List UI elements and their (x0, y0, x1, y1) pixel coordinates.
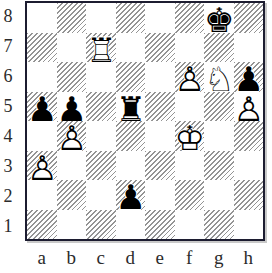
square-f8[interactable] (175, 3, 205, 33)
square-f6[interactable]: ♟♙ (175, 62, 205, 92)
square-g3[interactable] (204, 151, 234, 181)
square-a4[interactable] (27, 121, 57, 151)
square-h7[interactable] (234, 33, 264, 63)
file-label-c: c (86, 245, 116, 271)
square-c1[interactable] (86, 210, 116, 240)
square-b5[interactable]: ♟ (57, 92, 87, 122)
square-d1[interactable] (116, 210, 146, 240)
square-g4[interactable] (204, 121, 234, 151)
square-g7[interactable] (204, 33, 234, 63)
rank-label-1: 1 (0, 211, 25, 241)
square-f5[interactable] (175, 92, 205, 122)
file-label-b: b (57, 245, 87, 271)
square-c6[interactable] (86, 62, 116, 92)
square-h5[interactable]: ♟♙ (234, 92, 264, 122)
square-c5[interactable] (86, 92, 116, 122)
square-e1[interactable] (145, 210, 175, 240)
black-pawn-piece: ♟ (57, 92, 87, 122)
square-d6[interactable] (116, 62, 146, 92)
square-c3[interactable] (86, 151, 116, 181)
chessboard: ♚♜♖♟♙♞♘♟♟♟♜♟♙♟♙♚♔♟♙♟ (27, 3, 263, 239)
square-g6[interactable]: ♞♘ (204, 62, 234, 92)
square-g8[interactable]: ♚ (204, 3, 234, 33)
square-a8[interactable] (27, 3, 57, 33)
square-e8[interactable] (145, 3, 175, 33)
file-label-d: d (116, 245, 146, 271)
square-d2[interactable]: ♟ (116, 180, 146, 210)
square-e7[interactable] (145, 33, 175, 63)
white-king-piece: ♚♔ (175, 121, 205, 151)
white-pawn-piece: ♟♙ (57, 121, 87, 151)
rank-label-7: 7 (0, 31, 25, 61)
rank-labels: 87654321 (0, 1, 25, 241)
square-g1[interactable] (204, 210, 234, 240)
square-b4[interactable]: ♟♙ (57, 121, 87, 151)
square-d8[interactable] (116, 3, 146, 33)
square-a5[interactable]: ♟ (27, 92, 57, 122)
square-d7[interactable] (116, 33, 146, 63)
file-label-a: a (27, 245, 57, 271)
square-g2[interactable] (204, 180, 234, 210)
rank-label-3: 3 (0, 151, 25, 181)
rank-label-5: 5 (0, 91, 25, 121)
square-f7[interactable] (175, 33, 205, 63)
black-pawn-piece: ♟ (116, 180, 146, 210)
square-h1[interactable] (234, 210, 264, 240)
black-pawn-piece: ♟ (27, 92, 57, 122)
square-b7[interactable] (57, 33, 87, 63)
black-rook-piece: ♜ (116, 92, 146, 122)
file-label-f: f (175, 245, 205, 271)
file-label-e: e (145, 245, 175, 271)
square-h4[interactable] (234, 121, 264, 151)
black-pawn-piece: ♟ (234, 62, 264, 92)
square-f1[interactable] (175, 210, 205, 240)
white-rook-piece: ♜♖ (86, 33, 116, 63)
square-h6[interactable]: ♟ (234, 62, 264, 92)
square-d5[interactable]: ♜ (116, 92, 146, 122)
square-a6[interactable] (27, 62, 57, 92)
black-king-piece: ♚ (204, 3, 234, 33)
square-a7[interactable] (27, 33, 57, 63)
square-c2[interactable] (86, 180, 116, 210)
square-d4[interactable] (116, 121, 146, 151)
white-pawn-piece: ♟♙ (27, 151, 57, 181)
square-c7[interactable]: ♜♖ (86, 33, 116, 63)
square-f3[interactable] (175, 151, 205, 181)
square-f4[interactable]: ♚♔ (175, 121, 205, 151)
board-frame: ♚♜♖♟♙♞♘♟♟♟♜♟♙♟♙♚♔♟♙♟ (25, 1, 265, 241)
square-d3[interactable] (116, 151, 146, 181)
square-a1[interactable] (27, 210, 57, 240)
white-pawn-piece: ♟♙ (175, 62, 205, 92)
square-b3[interactable] (57, 151, 87, 181)
rank-label-8: 8 (0, 1, 25, 31)
square-e5[interactable] (145, 92, 175, 122)
rank-label-4: 4 (0, 121, 25, 151)
white-pawn-piece: ♟♙ (234, 92, 264, 122)
file-labels: abcdefgh (27, 245, 263, 271)
square-h3[interactable] (234, 151, 264, 181)
file-label-h: h (234, 245, 264, 271)
square-f2[interactable] (175, 180, 205, 210)
square-b2[interactable] (57, 180, 87, 210)
square-c4[interactable] (86, 121, 116, 151)
rank-label-6: 6 (0, 61, 25, 91)
square-e6[interactable] (145, 62, 175, 92)
square-a3[interactable]: ♟♙ (27, 151, 57, 181)
square-b1[interactable] (57, 210, 87, 240)
square-g5[interactable] (204, 92, 234, 122)
square-b6[interactable] (57, 62, 87, 92)
square-c8[interactable] (86, 3, 116, 33)
square-h2[interactable] (234, 180, 264, 210)
rank-label-2: 2 (0, 181, 25, 211)
white-knight-piece: ♞♘ (204, 62, 234, 92)
square-h8[interactable] (234, 3, 264, 33)
square-e4[interactable] (145, 121, 175, 151)
chess-diagram: 87654321 ♚♜♖♟♙♞♘♟♟♟♜♟♙♟♙♚♔♟♙♟ abcdefgh (0, 0, 272, 273)
square-b8[interactable] (57, 3, 87, 33)
square-a2[interactable] (27, 180, 57, 210)
square-e2[interactable] (145, 180, 175, 210)
square-e3[interactable] (145, 151, 175, 181)
file-label-g: g (204, 245, 234, 271)
